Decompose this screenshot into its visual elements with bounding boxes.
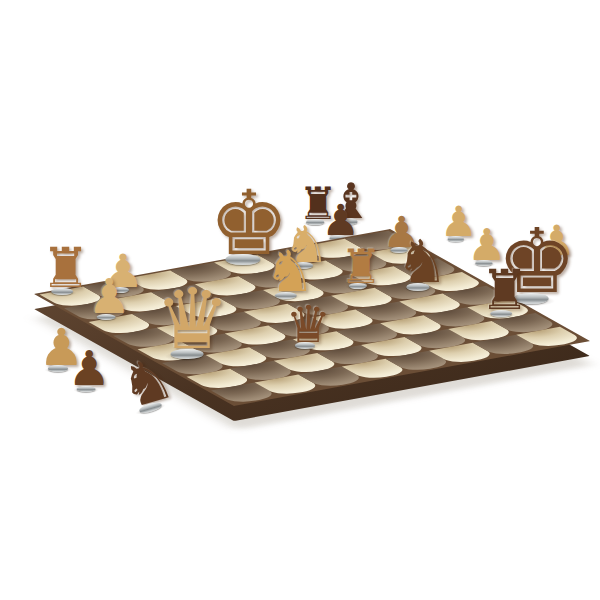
metal-base (97, 314, 116, 320)
metal-base (295, 342, 315, 349)
piece-white-queen-a4[interactable]: ♛ (155, 276, 219, 358)
piece-white-pawn-a7[interactable]: ♟ (88, 272, 125, 319)
metal-base (406, 283, 429, 291)
metal-base (51, 288, 73, 295)
metal-base (48, 365, 68, 372)
piece-white-knight-e6[interactable]: ♞ (264, 242, 308, 298)
metal-base (171, 349, 204, 360)
metal-base (490, 310, 512, 317)
piece-white-rook-f5[interactable]: ♜ (340, 242, 376, 288)
product-photo-stage: ♜♝♟♟♟♟♚♟♞♜♞♟♜♞♚♜♟♛♛♟♟♞ (0, 0, 600, 600)
piece-black-knight-g5[interactable]: ♞ (395, 232, 440, 290)
piece-black-pawn-offboard-20[interactable]: ♟ (68, 344, 105, 391)
piece-black-queen-c3[interactable]: ♛ (286, 298, 325, 348)
piece-black-rook-h3[interactable]: ♜ (480, 262, 522, 316)
piece-white-rook-a8[interactable]: ♜ (41, 240, 83, 294)
piece-black-knight-offboard-21[interactable]: ♞ (114, 349, 173, 417)
metal-base (77, 386, 96, 392)
